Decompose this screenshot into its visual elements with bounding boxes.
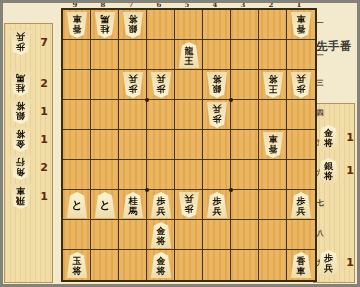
square-5a[interactable] — [175, 10, 203, 40]
piece-kanji: 将 — [269, 74, 278, 84]
square-2b[interactable] — [259, 40, 287, 70]
gote-captured-tray — [4, 23, 53, 283]
square-2d[interactable] — [259, 100, 287, 130]
piece-kanji: 香 — [297, 24, 306, 34]
star-point — [229, 188, 233, 192]
square-5d[interactable] — [175, 100, 203, 130]
square-1f[interactable] — [287, 160, 315, 190]
square-7b[interactable] — [119, 40, 147, 70]
shogi-app-window: 987654321 香車桂馬銀将香車龍王歩兵歩兵銀将王将歩兵歩兵香車とと桂馬歩兵… — [0, 0, 360, 287]
square-3a[interactable] — [231, 10, 259, 40]
square-6f[interactable] — [147, 160, 175, 190]
square-2f[interactable] — [259, 160, 287, 190]
piece-kanji: 将 — [73, 267, 82, 277]
hand-count-gote-歩兵: 7 — [37, 36, 51, 49]
square-8d[interactable] — [91, 100, 119, 130]
square-5i[interactable] — [175, 250, 203, 280]
piece-kanji: 兵 — [213, 207, 222, 217]
star-point — [145, 98, 149, 102]
square-1h[interactable] — [287, 220, 315, 250]
rank-label-7: 七 — [316, 199, 324, 207]
star-point — [229, 98, 233, 102]
square-4f[interactable] — [203, 160, 231, 190]
rank-label-8: 八 — [316, 229, 324, 237]
square-5h[interactable] — [175, 220, 203, 250]
piece-kanji: 兵 — [157, 74, 166, 84]
piece-kanji: 兵 — [213, 104, 222, 114]
square-7h[interactable] — [119, 220, 147, 250]
piece-kanji: 将 — [16, 101, 25, 111]
hand-count-gote-銀将: 1 — [37, 105, 51, 118]
star-point — [145, 188, 149, 192]
piece-kanji: 将 — [129, 14, 138, 24]
piece-kanji: 将 — [324, 139, 333, 149]
piece-kanji: 桂 — [101, 24, 110, 34]
square-9f[interactable] — [63, 160, 91, 190]
hand-count-gote-角行: 2 — [37, 161, 51, 174]
square-3d[interactable] — [231, 100, 259, 130]
square-9e[interactable] — [63, 130, 91, 160]
piece-kanji: 歩 — [213, 114, 222, 124]
piece-kanji: 角 — [16, 167, 25, 177]
piece-kanji: 歩 — [185, 204, 194, 214]
piece-kanji: 将 — [324, 172, 333, 182]
square-4a[interactable] — [203, 10, 231, 40]
piece-kanji: 兵 — [129, 74, 138, 84]
square-2h[interactable] — [259, 220, 287, 250]
square-3i[interactable] — [231, 250, 259, 280]
piece-kanji: 兵 — [297, 207, 306, 217]
rank-label-2: 二 — [316, 49, 324, 57]
rank-label-4: 四 — [316, 109, 324, 117]
square-2i[interactable] — [259, 250, 287, 280]
square-7f[interactable] — [119, 160, 147, 190]
piece-kanji: 兵 — [297, 74, 306, 84]
square-4e[interactable] — [203, 130, 231, 160]
hand-count-gote-桂馬: 2 — [37, 77, 51, 90]
piece-kanji: 将 — [213, 74, 222, 84]
piece-kanji: 銀 — [16, 111, 25, 121]
hand-count-gote-飛車: 1 — [37, 190, 51, 203]
piece-kanji: と — [99, 200, 110, 216]
hand-count-sente-金将: 1 — [343, 131, 357, 144]
square-5f[interactable] — [175, 160, 203, 190]
piece-kanji: 兵 — [185, 194, 194, 204]
square-2g[interactable] — [259, 190, 287, 220]
rank-label-1: 一 — [316, 19, 324, 27]
square-9d[interactable] — [63, 100, 91, 130]
square-8i[interactable] — [91, 250, 119, 280]
square-9b[interactable] — [63, 40, 91, 70]
piece-kanji: 車 — [269, 134, 278, 144]
piece-kanji: 兵 — [324, 264, 333, 274]
square-8c[interactable] — [91, 70, 119, 100]
square-3b[interactable] — [231, 40, 259, 70]
piece-kanji: 歩 — [297, 84, 306, 94]
piece-kanji: 王 — [269, 84, 278, 94]
square-1e[interactable] — [287, 130, 315, 160]
square-3c[interactable] — [231, 70, 259, 100]
square-7e[interactable] — [119, 130, 147, 160]
piece-kanji: と — [71, 200, 82, 216]
piece-kanji: 車 — [16, 186, 25, 196]
piece-kanji: 馬 — [16, 73, 25, 83]
rank-label-3: 三 — [316, 79, 324, 87]
square-4b[interactable] — [203, 40, 231, 70]
square-1d[interactable] — [287, 100, 315, 130]
square-3h[interactable] — [231, 220, 259, 250]
piece-kanji: 香 — [73, 24, 82, 34]
square-5c[interactable] — [175, 70, 203, 100]
piece-kanji: 桂 — [16, 83, 25, 93]
piece-kanji: 兵 — [16, 32, 25, 42]
piece-kanji: 馬 — [129, 207, 138, 217]
hand-count-sente-歩兵: 1 — [343, 256, 357, 269]
square-7d[interactable] — [119, 100, 147, 130]
square-8f[interactable] — [91, 160, 119, 190]
piece-kanji: 歩 — [129, 84, 138, 94]
square-6a[interactable] — [147, 10, 175, 40]
square-3g[interactable] — [231, 190, 259, 220]
square-4i[interactable] — [203, 250, 231, 280]
piece-kanji: 王 — [185, 57, 194, 67]
square-8b[interactable] — [91, 40, 119, 70]
piece-kanji: 将 — [157, 267, 166, 277]
piece-kanji: 金 — [16, 139, 25, 149]
square-8e[interactable] — [91, 130, 119, 160]
piece-kanji: 将 — [157, 237, 166, 247]
square-2a[interactable] — [259, 10, 287, 40]
piece-kanji: 歩 — [157, 84, 166, 94]
piece-kanji: 香 — [269, 144, 278, 154]
piece-kanji: 車 — [297, 14, 306, 24]
square-9c[interactable] — [63, 70, 91, 100]
shogi-board: 香車桂馬銀将香車龍王歩兵歩兵銀将王将歩兵歩兵香車とと桂馬歩兵歩兵歩兵歩兵金将玉将… — [61, 8, 317, 282]
piece-kanji: 兵 — [157, 207, 166, 217]
square-3f[interactable] — [231, 160, 259, 190]
hand-count-sente-銀将: 1 — [343, 164, 357, 177]
square-6b[interactable] — [147, 40, 175, 70]
square-9h[interactable] — [63, 220, 91, 250]
piece-kanji: 車 — [297, 267, 306, 277]
piece-kanji: 歩 — [16, 42, 25, 52]
square-1b[interactable] — [287, 40, 315, 70]
square-7i[interactable] — [119, 250, 147, 280]
piece-kanji: 馬 — [101, 14, 110, 24]
square-4h[interactable] — [203, 220, 231, 250]
hand-count-gote-金将: 1 — [37, 133, 51, 146]
piece-kanji: 車 — [73, 14, 82, 24]
square-3e[interactable] — [231, 130, 259, 160]
square-6e[interactable] — [147, 130, 175, 160]
square-5e[interactable] — [175, 130, 203, 160]
piece-kanji: 飛 — [16, 196, 25, 206]
piece-kanji: 将 — [16, 129, 25, 139]
piece-kanji: 銀 — [213, 84, 222, 94]
square-8h[interactable] — [91, 220, 119, 250]
piece-kanji: 行 — [16, 157, 25, 167]
square-6d[interactable] — [147, 100, 175, 130]
piece-kanji: 銀 — [129, 24, 138, 34]
